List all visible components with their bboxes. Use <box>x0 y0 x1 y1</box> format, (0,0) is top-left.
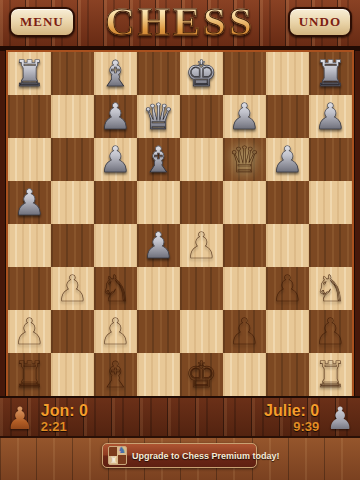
player-right-name-score: Julie: 0 <box>264 402 319 420</box>
square-a4[interactable] <box>8 224 51 267</box>
square-e1[interactable]: ♚ <box>180 353 223 396</box>
player-right-time: 9:39 <box>264 420 319 434</box>
square-e3[interactable] <box>180 267 223 310</box>
square-d6[interactable]: ♝ <box>137 138 180 181</box>
square-f3[interactable] <box>223 267 266 310</box>
white-knight[interactable]: ♞ <box>94 267 137 310</box>
square-c7[interactable]: ♟ <box>94 95 137 138</box>
white-bishop[interactable]: ♝ <box>94 353 137 396</box>
player-left-name-score: Jon: 0 <box>41 402 88 420</box>
square-a1[interactable]: ♜ <box>8 353 51 396</box>
white-pawn[interactable]: ♟ <box>8 310 51 353</box>
square-d7[interactable]: ♛ <box>137 95 180 138</box>
square-c1[interactable]: ♝ <box>94 353 137 396</box>
status-bar: ♟ Jon: 0 2:21 Julie: 0 9:39 ♟ <box>0 396 360 436</box>
black-pawn[interactable]: ♟ <box>94 95 137 138</box>
square-g2[interactable] <box>266 310 309 353</box>
square-d2[interactable] <box>137 310 180 353</box>
white-pawn[interactable]: ♟ <box>309 310 352 353</box>
white-rook[interactable]: ♜ <box>8 353 51 396</box>
square-g7[interactable] <box>266 95 309 138</box>
square-f5[interactable] <box>223 181 266 224</box>
square-f6[interactable]: ♛ <box>223 138 266 181</box>
square-f7[interactable]: ♟ <box>223 95 266 138</box>
square-h1[interactable]: ♜ <box>309 353 352 396</box>
square-f2[interactable]: ♟ <box>223 310 266 353</box>
black-pawn[interactable]: ♟ <box>309 95 352 138</box>
square-h7[interactable]: ♟ <box>309 95 352 138</box>
square-e6[interactable] <box>180 138 223 181</box>
banner-text: Upgrade to Chess Premium today! <box>132 451 280 461</box>
player-left: ♟ Jon: 0 2:21 <box>6 398 88 438</box>
square-e4[interactable]: ♟ <box>180 224 223 267</box>
square-e5[interactable] <box>180 181 223 224</box>
black-queen[interactable]: ♛ <box>137 95 180 138</box>
square-a8[interactable]: ♜ <box>8 52 51 95</box>
square-b8[interactable] <box>51 52 94 95</box>
square-h4[interactable] <box>309 224 352 267</box>
black-bishop[interactable]: ♝ <box>137 138 180 181</box>
square-e7[interactable] <box>180 95 223 138</box>
square-g1[interactable] <box>266 353 309 396</box>
square-c6[interactable]: ♟ <box>94 138 137 181</box>
white-rook[interactable]: ♜ <box>309 353 352 396</box>
square-g8[interactable] <box>266 52 309 95</box>
rook-mini-icon: ♜ <box>110 455 118 465</box>
white-king[interactable]: ♚ <box>180 353 223 396</box>
white-pawn[interactable]: ♟ <box>180 224 223 267</box>
black-rook[interactable]: ♜ <box>309 52 352 95</box>
black-pawn[interactable]: ♟ <box>94 138 137 181</box>
square-h6[interactable] <box>309 138 352 181</box>
square-b5[interactable] <box>51 181 94 224</box>
square-b7[interactable] <box>51 95 94 138</box>
square-g6[interactable]: ♟ <box>266 138 309 181</box>
white-pawn[interactable]: ♟ <box>94 310 137 353</box>
square-f8[interactable] <box>223 52 266 95</box>
square-a6[interactable] <box>8 138 51 181</box>
player-left-time: 2:21 <box>41 420 88 434</box>
square-d4[interactable]: ♟ <box>137 224 180 267</box>
menu-button[interactable]: MENU <box>9 7 75 37</box>
square-g5[interactable] <box>266 181 309 224</box>
square-e8[interactable]: ♚ <box>180 52 223 95</box>
square-b4[interactable] <box>51 224 94 267</box>
square-c4[interactable] <box>94 224 137 267</box>
square-h5[interactable] <box>309 181 352 224</box>
black-pawn[interactable]: ♟ <box>223 95 266 138</box>
square-h8[interactable]: ♜ <box>309 52 352 95</box>
black-bishop[interactable]: ♝ <box>94 52 137 95</box>
square-e2[interactable] <box>180 310 223 353</box>
square-c3[interactable]: ♞ <box>94 267 137 310</box>
square-c2[interactable]: ♟ <box>94 310 137 353</box>
black-pawn[interactable]: ♟ <box>8 181 51 224</box>
square-b1[interactable] <box>51 353 94 396</box>
black-king[interactable]: ♚ <box>180 52 223 95</box>
square-a5[interactable]: ♟ <box>8 181 51 224</box>
square-b2[interactable] <box>51 310 94 353</box>
square-f4[interactable] <box>223 224 266 267</box>
white-pawn[interactable]: ♟ <box>266 267 309 310</box>
square-h3[interactable]: ♞ <box>309 267 352 310</box>
square-f1[interactable] <box>223 353 266 396</box>
board-frame: ♜♝♚♜♟♛♟♟♟♝♛♟♟♟♟♟♞♟♞♟♟♟♟♜♝♚♜ <box>0 46 360 398</box>
square-g4[interactable] <box>266 224 309 267</box>
square-c8[interactable]: ♝ <box>94 52 137 95</box>
chess-app: CHESS MENU UNDO ♜♝♚♜♟♛♟♟♟♝♛♟♟♟♟♟♞♟♞♟♟♟♟♜… <box>0 0 360 480</box>
black-pawn-icon: ♟ <box>326 398 354 438</box>
square-h2[interactable]: ♟ <box>309 310 352 353</box>
square-b3[interactable]: ♟ <box>51 267 94 310</box>
white-queen[interactable]: ♛ <box>223 138 266 181</box>
black-pawn[interactable]: ♟ <box>266 138 309 181</box>
square-a3[interactable] <box>8 267 51 310</box>
square-a2[interactable]: ♟ <box>8 310 51 353</box>
chessboard-icon: ♞ ♜ <box>108 446 127 465</box>
player-right: Julie: 0 9:39 ♟ <box>264 398 354 438</box>
knight-mini-icon: ♞ <box>118 445 126 455</box>
square-d8[interactable] <box>137 52 180 95</box>
chess-board: ♜♝♚♜♟♛♟♟♟♝♛♟♟♟♟♟♞♟♞♟♟♟♟♜♝♚♜ <box>6 50 354 398</box>
square-d1[interactable] <box>137 353 180 396</box>
square-d3[interactable] <box>137 267 180 310</box>
bottom-area: ♞ ♜ Upgrade to Chess Premium today! <box>0 436 360 480</box>
black-rook[interactable]: ♜ <box>8 52 51 95</box>
square-g3[interactable]: ♟ <box>266 267 309 310</box>
top-bar: CHESS MENU UNDO <box>0 0 360 46</box>
square-c5[interactable] <box>94 181 137 224</box>
white-pawn[interactable]: ♟ <box>223 310 266 353</box>
black-pawn[interactable]: ♟ <box>137 224 180 267</box>
square-a7[interactable] <box>8 95 51 138</box>
undo-button[interactable]: UNDO <box>288 7 352 37</box>
premium-banner[interactable]: ♞ ♜ Upgrade to Chess Premium today! <box>102 443 257 468</box>
square-d5[interactable] <box>137 181 180 224</box>
white-pawn[interactable]: ♟ <box>51 267 94 310</box>
white-knight[interactable]: ♞ <box>309 267 352 310</box>
square-b6[interactable] <box>51 138 94 181</box>
white-pawn-icon: ♟ <box>6 398 34 438</box>
